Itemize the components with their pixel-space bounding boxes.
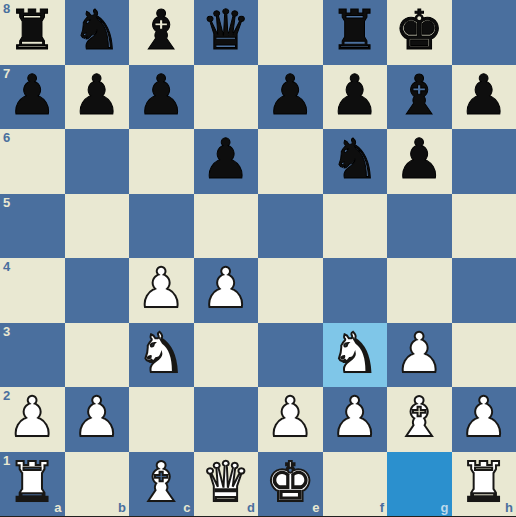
square-g8[interactable]: ♚ [387, 0, 452, 65]
piece-white-rook-icon[interactable]: ♜ [459, 452, 508, 515]
square-g1[interactable]: g [387, 452, 452, 517]
piece-black-knight-icon[interactable]: ♞ [330, 129, 379, 192]
piece-white-bishop-icon[interactable]: ♝ [395, 387, 444, 450]
rank-label-4: 4 [3, 260, 10, 273]
square-e7[interactable]: ♟ [258, 65, 323, 130]
square-f3[interactable]: ♞ [323, 323, 388, 388]
square-d2[interactable] [194, 387, 259, 452]
square-b7[interactable]: ♟ [65, 65, 130, 130]
square-c7[interactable]: ♟ [129, 65, 194, 130]
piece-black-pawn-icon[interactable]: ♟ [201, 129, 250, 192]
piece-white-pawn-icon[interactable]: ♟ [201, 258, 250, 321]
square-h3[interactable] [452, 323, 516, 388]
piece-black-pawn-icon[interactable]: ♟ [395, 129, 444, 192]
square-e8[interactable] [258, 0, 323, 65]
square-c8[interactable]: ♝ [129, 0, 194, 65]
square-f1[interactable]: f [323, 452, 388, 517]
square-g7[interactable]: ♝ [387, 65, 452, 130]
square-f5[interactable] [323, 194, 388, 259]
piece-white-bishop-icon[interactable]: ♝ [137, 452, 186, 515]
piece-white-knight-icon[interactable]: ♞ [137, 323, 186, 386]
square-h8[interactable] [452, 0, 516, 65]
file-label-g: g [441, 501, 449, 514]
square-b3[interactable] [65, 323, 130, 388]
square-c1[interactable]: c♝ [129, 452, 194, 517]
piece-white-pawn-icon[interactable]: ♟ [266, 387, 315, 450]
rank-label-3: 3 [3, 325, 10, 338]
piece-black-pawn-icon[interactable]: ♟ [8, 65, 57, 128]
square-e4[interactable] [258, 258, 323, 323]
file-label-b: b [118, 501, 126, 514]
square-g6[interactable]: ♟ [387, 129, 452, 194]
square-c4[interactable]: ♟ [129, 258, 194, 323]
square-h4[interactable] [452, 258, 516, 323]
piece-black-pawn-icon[interactable]: ♟ [266, 65, 315, 128]
piece-black-rook-icon[interactable]: ♜ [330, 0, 379, 63]
square-g2[interactable]: ♝ [387, 387, 452, 452]
square-a1[interactable]: 1a♜ [0, 452, 65, 517]
square-f6[interactable]: ♞ [323, 129, 388, 194]
square-d6[interactable]: ♟ [194, 129, 259, 194]
square-g4[interactable] [387, 258, 452, 323]
piece-white-knight-icon[interactable]: ♞ [330, 323, 379, 386]
piece-black-bishop-icon[interactable]: ♝ [137, 0, 186, 63]
piece-white-rook-icon[interactable]: ♜ [8, 452, 57, 515]
piece-white-pawn-icon[interactable]: ♟ [8, 387, 57, 450]
square-g5[interactable] [387, 194, 452, 259]
square-d5[interactable] [194, 194, 259, 259]
square-d7[interactable] [194, 65, 259, 130]
square-c5[interactable] [129, 194, 194, 259]
piece-white-pawn-icon[interactable]: ♟ [459, 387, 508, 450]
piece-black-pawn-icon[interactable]: ♟ [72, 65, 121, 128]
piece-black-pawn-icon[interactable]: ♟ [330, 65, 379, 128]
square-b1[interactable]: b [65, 452, 130, 517]
file-label-f: f [380, 501, 384, 514]
piece-black-bishop-icon[interactable]: ♝ [395, 65, 444, 128]
square-a5[interactable]: 5 [0, 194, 65, 259]
square-e2[interactable]: ♟ [258, 387, 323, 452]
piece-black-king-icon[interactable]: ♚ [395, 0, 444, 63]
piece-black-knight-icon[interactable]: ♞ [72, 0, 121, 63]
piece-white-queen-icon[interactable]: ♛ [201, 452, 250, 515]
piece-white-pawn-icon[interactable]: ♟ [395, 323, 444, 386]
piece-black-queen-icon[interactable]: ♛ [201, 0, 250, 63]
square-d8[interactable]: ♛ [194, 0, 259, 65]
piece-black-pawn-icon[interactable]: ♟ [459, 65, 508, 128]
square-f7[interactable]: ♟ [323, 65, 388, 130]
square-h1[interactable]: h♜ [452, 452, 516, 517]
square-b4[interactable] [65, 258, 130, 323]
chess-board: 8♜♞♝♛♜♚7♟♟♟♟♟♝♟6♟♞♟54♟♟3♞♞♟2♟♟♟♟♝♟1a♜bc♝… [0, 0, 516, 516]
rank-label-5: 5 [3, 196, 10, 209]
square-b5[interactable] [65, 194, 130, 259]
piece-white-pawn-icon[interactable]: ♟ [72, 387, 121, 450]
rank-label-6: 6 [3, 131, 10, 144]
square-h2[interactable]: ♟ [452, 387, 516, 452]
piece-white-pawn-icon[interactable]: ♟ [137, 258, 186, 321]
square-f8[interactable]: ♜ [323, 0, 388, 65]
square-e6[interactable] [258, 129, 323, 194]
square-c3[interactable]: ♞ [129, 323, 194, 388]
square-f4[interactable] [323, 258, 388, 323]
square-b8[interactable]: ♞ [65, 0, 130, 65]
piece-white-king-icon[interactable]: ♚ [266, 452, 315, 515]
square-a8[interactable]: 8♜ [0, 0, 65, 65]
square-h6[interactable] [452, 129, 516, 194]
square-e1[interactable]: e♚ [258, 452, 323, 517]
square-d1[interactable]: d♛ [194, 452, 259, 517]
square-a3[interactable]: 3 [0, 323, 65, 388]
square-d3[interactable] [194, 323, 259, 388]
square-f2[interactable]: ♟ [323, 387, 388, 452]
square-e3[interactable] [258, 323, 323, 388]
square-e5[interactable] [258, 194, 323, 259]
square-b6[interactable] [65, 129, 130, 194]
square-b2[interactable]: ♟ [65, 387, 130, 452]
piece-white-pawn-icon[interactable]: ♟ [330, 387, 379, 450]
square-c6[interactable] [129, 129, 194, 194]
square-g3[interactable]: ♟ [387, 323, 452, 388]
piece-black-rook-icon[interactable]: ♜ [8, 0, 57, 63]
square-c2[interactable] [129, 387, 194, 452]
square-a6[interactable]: 6 [0, 129, 65, 194]
square-a2[interactable]: 2♟ [0, 387, 65, 452]
piece-black-pawn-icon[interactable]: ♟ [137, 65, 186, 128]
square-a7[interactable]: 7♟ [0, 65, 65, 130]
square-d4[interactable]: ♟ [194, 258, 259, 323]
square-h7[interactable]: ♟ [452, 65, 516, 130]
square-a4[interactable]: 4 [0, 258, 65, 323]
square-h5[interactable] [452, 194, 516, 259]
